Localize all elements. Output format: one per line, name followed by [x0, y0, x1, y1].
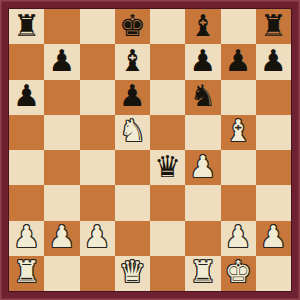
square-g4[interactable] [221, 150, 256, 185]
square-a1[interactable]: ♜ [9, 256, 44, 291]
square-g3[interactable] [221, 185, 256, 220]
square-e3[interactable] [150, 185, 185, 220]
square-b7[interactable]: ♟ [44, 44, 79, 79]
square-d7[interactable]: ♝ [115, 44, 150, 79]
square-f1[interactable]: ♜ [185, 256, 220, 291]
square-h4[interactable] [256, 150, 291, 185]
square-g7[interactable]: ♟ [221, 44, 256, 79]
square-h8[interactable]: ♜ [256, 9, 291, 44]
square-e8[interactable] [150, 9, 185, 44]
square-f7[interactable]: ♟ [185, 44, 220, 79]
piece-black-pawn: ♟ [189, 46, 216, 76]
square-f5[interactable] [185, 115, 220, 150]
square-g8[interactable] [221, 9, 256, 44]
square-a4[interactable] [9, 150, 44, 185]
piece-white-pawn: ♟ [260, 222, 287, 252]
piece-black-pawn: ♟ [13, 81, 40, 111]
square-a7[interactable] [9, 44, 44, 79]
square-g6[interactable] [221, 80, 256, 115]
square-c7[interactable] [80, 44, 115, 79]
square-e1[interactable] [150, 256, 185, 291]
square-a6[interactable]: ♟ [9, 80, 44, 115]
square-f2[interactable] [185, 221, 220, 256]
square-h2[interactable]: ♟ [256, 221, 291, 256]
square-h1[interactable] [256, 256, 291, 291]
square-d2[interactable] [115, 221, 150, 256]
square-c1[interactable] [80, 256, 115, 291]
square-g2[interactable]: ♟ [221, 221, 256, 256]
square-d3[interactable] [115, 185, 150, 220]
square-f3[interactable] [185, 185, 220, 220]
piece-white-pawn: ♟ [48, 222, 75, 252]
piece-white-pawn: ♟ [84, 222, 111, 252]
piece-black-pawn: ♟ [119, 81, 146, 111]
square-c5[interactable] [80, 115, 115, 150]
square-b4[interactable] [44, 150, 79, 185]
chess-board: ♜♚♝♜♟♝♟♟♟♟♟♞♞♝♛♟♟♟♟♟♟♜♛♜♚ [9, 9, 291, 291]
square-b2[interactable]: ♟ [44, 221, 79, 256]
square-f4[interactable]: ♟ [185, 150, 220, 185]
piece-black-bishop: ♝ [119, 46, 146, 76]
square-c2[interactable]: ♟ [80, 221, 115, 256]
piece-black-pawn: ♟ [225, 46, 252, 76]
piece-black-king: ♚ [119, 11, 146, 41]
square-d8[interactable]: ♚ [115, 9, 150, 44]
square-b1[interactable] [44, 256, 79, 291]
square-b5[interactable] [44, 115, 79, 150]
square-b3[interactable] [44, 185, 79, 220]
piece-black-rook: ♜ [260, 11, 287, 41]
square-d4[interactable] [115, 150, 150, 185]
square-a5[interactable] [9, 115, 44, 150]
square-e2[interactable] [150, 221, 185, 256]
piece-black-pawn: ♟ [260, 46, 287, 76]
chess-board-frame: ♜♚♝♜♟♝♟♟♟♟♟♞♞♝♛♟♟♟♟♟♟♜♛♜♚ [0, 0, 300, 300]
piece-black-rook: ♜ [13, 11, 40, 41]
square-g1[interactable]: ♚ [221, 256, 256, 291]
square-f6[interactable]: ♞ [185, 80, 220, 115]
square-f8[interactable]: ♝ [185, 9, 220, 44]
piece-white-knight: ♞ [119, 116, 146, 146]
square-e6[interactable] [150, 80, 185, 115]
square-h5[interactable] [256, 115, 291, 150]
piece-black-queen: ♛ [154, 152, 181, 182]
piece-white-king: ♚ [225, 257, 252, 287]
piece-black-knight: ♞ [189, 81, 216, 111]
square-g5[interactable]: ♝ [221, 115, 256, 150]
piece-white-queen: ♛ [119, 257, 146, 287]
piece-white-pawn: ♟ [225, 222, 252, 252]
piece-black-pawn: ♟ [48, 46, 75, 76]
square-d6[interactable]: ♟ [115, 80, 150, 115]
square-b6[interactable] [44, 80, 79, 115]
square-c3[interactable] [80, 185, 115, 220]
piece-white-rook: ♜ [189, 257, 216, 287]
square-b8[interactable] [44, 9, 79, 44]
piece-black-bishop: ♝ [189, 11, 216, 41]
square-e5[interactable] [150, 115, 185, 150]
square-d1[interactable]: ♛ [115, 256, 150, 291]
square-c8[interactable] [80, 9, 115, 44]
square-d5[interactable]: ♞ [115, 115, 150, 150]
square-e4[interactable]: ♛ [150, 150, 185, 185]
piece-white-pawn: ♟ [189, 152, 216, 182]
square-a3[interactable] [9, 185, 44, 220]
piece-white-rook: ♜ [13, 257, 40, 287]
square-c6[interactable] [80, 80, 115, 115]
square-a8[interactable]: ♜ [9, 9, 44, 44]
piece-white-bishop: ♝ [225, 116, 252, 146]
square-a2[interactable]: ♟ [9, 221, 44, 256]
square-e7[interactable] [150, 44, 185, 79]
square-h3[interactable] [256, 185, 291, 220]
square-h7[interactable]: ♟ [256, 44, 291, 79]
square-c4[interactable] [80, 150, 115, 185]
square-h6[interactable] [256, 80, 291, 115]
piece-white-pawn: ♟ [13, 222, 40, 252]
